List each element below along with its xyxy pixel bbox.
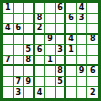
cell-r6c2[interactable] <box>14 56 25 67</box>
cell-r5c9[interactable] <box>87 45 98 56</box>
cell-r9c2[interactable]: 3 <box>14 87 25 98</box>
cell-r5c2[interactable] <box>14 45 25 56</box>
cell-r9c5[interactable] <box>45 87 56 98</box>
cell-r7c4[interactable] <box>35 66 46 77</box>
cell-r8c8[interactable] <box>77 77 88 88</box>
cell-r1c6[interactable]: 6 <box>56 3 67 14</box>
cell-r2c2[interactable] <box>14 14 25 25</box>
cell-r3c2[interactable]: 6 <box>14 24 25 35</box>
cell-r4c8[interactable] <box>77 35 88 46</box>
cell-r4c7[interactable]: 4 <box>66 35 77 46</box>
cell-r5c1[interactable] <box>3 45 14 56</box>
cell-r2c1[interactable] <box>3 14 14 25</box>
cell-r2c9[interactable] <box>87 14 98 25</box>
cell-r4c4[interactable] <box>35 35 46 46</box>
cell-r7c3[interactable] <box>24 66 35 77</box>
cell-r6c3[interactable]: 8 <box>24 56 35 67</box>
cell-r6c4[interactable] <box>35 56 46 67</box>
cell-r8c5[interactable] <box>45 77 56 88</box>
cell-r8c7[interactable] <box>66 77 77 88</box>
cell-r6c5[interactable]: 1 <box>45 56 56 67</box>
cell-r7c6[interactable]: 8 <box>56 66 67 77</box>
cell-r6c6[interactable] <box>56 56 67 67</box>
cell-r1c5[interactable] <box>45 3 56 14</box>
cell-r3c9[interactable] <box>87 24 98 35</box>
cell-r5c6[interactable]: 3 <box>56 45 67 56</box>
cell-r9c6[interactable] <box>56 87 67 98</box>
cell-r6c7[interactable] <box>66 56 77 67</box>
cell-r9c8[interactable] <box>77 87 88 98</box>
cell-r7c5[interactable] <box>45 66 56 77</box>
cell-r2c3[interactable] <box>24 14 35 25</box>
cell-r9c4[interactable]: 4 <box>35 87 46 98</box>
sudoku-board: 1648634629485631781896795342 <box>0 0 101 101</box>
cell-r4c6[interactable] <box>56 35 67 46</box>
cell-r5c7[interactable]: 1 <box>66 45 77 56</box>
cell-r6c8[interactable] <box>77 56 88 67</box>
cell-r5c8[interactable] <box>77 45 88 56</box>
cell-r1c7[interactable] <box>66 3 77 14</box>
cell-r8c2[interactable]: 7 <box>14 77 25 88</box>
cell-r3c4[interactable]: 2 <box>35 24 46 35</box>
cell-r2c8[interactable]: 3 <box>77 14 88 25</box>
cell-r3c6[interactable] <box>56 24 67 35</box>
cell-r7c8[interactable]: 9 <box>77 66 88 77</box>
cell-r4c5[interactable]: 9 <box>45 35 56 46</box>
cell-r8c6[interactable]: 5 <box>56 77 67 88</box>
cell-r9c1[interactable] <box>3 87 14 98</box>
cell-r3c5[interactable] <box>45 24 56 35</box>
cell-r3c8[interactable] <box>77 24 88 35</box>
cell-r2c6[interactable] <box>56 14 67 25</box>
cell-r1c2[interactable] <box>14 3 25 14</box>
cell-r4c1[interactable] <box>3 35 14 46</box>
cell-r6c9[interactable] <box>87 56 98 67</box>
cell-r1c8[interactable]: 4 <box>77 3 88 14</box>
cell-r3c3[interactable] <box>24 24 35 35</box>
cell-r6c1[interactable]: 7 <box>3 56 14 67</box>
cell-r8c3[interactable]: 9 <box>24 77 35 88</box>
cell-r4c3[interactable] <box>24 35 35 46</box>
cell-r7c7[interactable] <box>66 66 77 77</box>
cell-r1c1[interactable]: 1 <box>3 3 14 14</box>
cell-r3c1[interactable]: 4 <box>3 24 14 35</box>
cell-r8c9[interactable] <box>87 77 98 88</box>
cell-r4c9[interactable]: 8 <box>87 35 98 46</box>
cell-r2c4[interactable]: 8 <box>35 14 46 25</box>
cell-r5c5[interactable] <box>45 45 56 56</box>
cell-r3c7[interactable] <box>66 24 77 35</box>
cell-r9c9[interactable]: 2 <box>87 87 98 98</box>
cell-r2c5[interactable] <box>45 14 56 25</box>
cell-r5c4[interactable]: 6 <box>35 45 46 56</box>
cell-r9c7[interactable] <box>66 87 77 98</box>
cell-r1c3[interactable] <box>24 3 35 14</box>
cell-r1c9[interactable] <box>87 3 98 14</box>
cell-r9c3[interactable] <box>24 87 35 98</box>
cell-r7c1[interactable] <box>3 66 14 77</box>
cell-r5c3[interactable]: 5 <box>24 45 35 56</box>
cell-r7c2[interactable] <box>14 66 25 77</box>
cell-r7c9[interactable]: 6 <box>87 66 98 77</box>
cell-r4c2[interactable] <box>14 35 25 46</box>
cell-r1c4[interactable] <box>35 3 46 14</box>
cell-r8c1[interactable] <box>3 77 14 88</box>
cell-r8c4[interactable] <box>35 77 46 88</box>
cell-r2c7[interactable]: 6 <box>66 14 77 25</box>
